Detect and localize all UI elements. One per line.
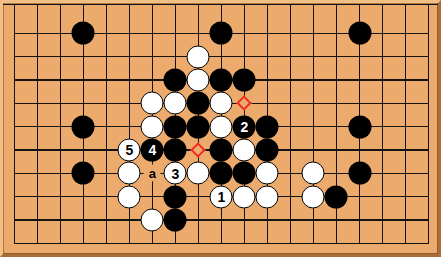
white-stone (233, 185, 256, 208)
move-number-label: 1 (217, 189, 225, 205)
black-stone (256, 138, 279, 161)
black-stone (164, 209, 187, 232)
black-stone (164, 68, 187, 91)
grid-line (60, 4, 61, 244)
move-number-label: 4 (148, 142, 156, 158)
go-board-diagram: 25431a (0, 0, 441, 257)
black-stone (348, 115, 371, 138)
black-stone (72, 115, 95, 138)
white-stone (256, 162, 279, 185)
black-stone (210, 22, 233, 45)
black-stone (233, 68, 256, 91)
black-stone (210, 68, 233, 91)
white-stone (210, 92, 233, 115)
white-stone (118, 185, 141, 208)
white-stone (233, 138, 256, 161)
grid-line (14, 56, 430, 57)
white-stone-move-1: 1 (210, 185, 233, 208)
grid-line (106, 4, 107, 244)
black-stone (256, 115, 279, 138)
white-stone (141, 92, 164, 115)
white-stone (187, 45, 210, 68)
white-stone (164, 92, 187, 115)
diamond-marker (237, 95, 253, 111)
grid-line (14, 243, 430, 244)
grid-line (382, 4, 383, 244)
black-stone (164, 115, 187, 138)
black-stone (210, 162, 233, 185)
black-stone (348, 22, 371, 45)
white-stone (256, 185, 279, 208)
grid-line (428, 4, 429, 244)
black-stone (210, 138, 233, 161)
grid-line (405, 4, 406, 244)
go-board: 25431a (3, 3, 438, 254)
black-stone (187, 92, 210, 115)
black-stone (187, 115, 210, 138)
white-stone (141, 115, 164, 138)
white-stone (187, 68, 210, 91)
white-stone (302, 162, 325, 185)
grid-line (14, 4, 15, 244)
diamond-marker (191, 142, 207, 158)
white-stone (141, 209, 164, 232)
white-stone (118, 162, 141, 185)
white-stone-move-3: 3 (164, 162, 187, 185)
white-stone (187, 162, 210, 185)
move-number-label: 3 (171, 165, 179, 181)
grid-line (37, 4, 38, 244)
grid-line (290, 4, 291, 244)
grid-line (14, 219, 430, 220)
black-stone (164, 138, 187, 161)
white-stone (302, 185, 325, 208)
move-number-label: 5 (125, 142, 133, 158)
black-stone (348, 162, 371, 185)
point-label-a: a (144, 165, 161, 182)
move-number-label: 2 (240, 119, 248, 135)
white-stone-move-5: 5 (118, 138, 141, 161)
black-stone (72, 162, 95, 185)
black-stone-move-2: 2 (233, 115, 256, 138)
black-stone (164, 185, 187, 208)
white-stone (210, 115, 233, 138)
black-stone (72, 22, 95, 45)
black-stone (325, 185, 348, 208)
black-stone (233, 162, 256, 185)
black-stone-move-4: 4 (141, 138, 164, 161)
